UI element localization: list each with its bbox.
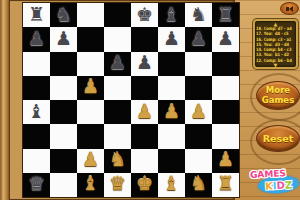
move-history-panel: ▲ 18. Comp: d7 - a417. You: d4 - c516. C…	[253, 19, 298, 69]
speaker-icon-cone	[289, 6, 293, 12]
square-h7[interactable]: ♟	[212, 27, 239, 51]
piece-black-pawn[interactable]: ♟	[55, 29, 72, 48]
square-c5[interactable]: ♟	[77, 76, 104, 100]
square-f6[interactable]	[158, 52, 185, 76]
square-a7[interactable]: ♟	[23, 27, 50, 51]
square-c6[interactable]	[77, 52, 104, 76]
logo-word-kidz: KIDZ	[265, 179, 293, 191]
piece-black-pawn[interactable]: ♟	[28, 29, 45, 48]
square-h2[interactable]: ♟	[212, 149, 239, 173]
square-e2[interactable]	[131, 149, 158, 173]
piece-white-king[interactable]: ♚	[136, 174, 153, 193]
piece-white-knight[interactable]: ♞	[190, 174, 207, 193]
square-a2[interactable]	[23, 149, 50, 173]
square-h8[interactable]: ♜	[212, 3, 239, 27]
square-b1[interactable]	[50, 173, 77, 197]
piece-white-pawn[interactable]: ♟	[82, 150, 99, 169]
piece-white-bishop[interactable]: ♝	[163, 174, 180, 193]
square-h4[interactable]	[212, 100, 239, 124]
square-h6[interactable]	[212, 52, 239, 76]
square-f7[interactable]: ♟	[158, 27, 185, 51]
board-wooden-frame: ♜♞♚♝♞♜♟♟♟♟♟♟♟♟♝♟♟♟♟♞♟♛♝♛♚♝♞♜	[9, 0, 235, 200]
piece-white-rook[interactable]: ♜	[217, 174, 234, 193]
logo-word-games: GAMES	[250, 168, 286, 180]
square-b8[interactable]: ♞	[50, 3, 77, 27]
square-h1[interactable]: ♜	[212, 173, 239, 197]
piece-black-bishop[interactable]: ♝	[28, 102, 45, 121]
square-f8[interactable]: ♝	[158, 3, 185, 27]
square-c1[interactable]: ♝	[77, 173, 104, 197]
square-e7[interactable]	[131, 27, 158, 51]
square-d4[interactable]	[104, 100, 131, 124]
piece-black-rook[interactable]: ♜	[217, 5, 234, 24]
square-g1[interactable]: ♞	[185, 173, 212, 197]
piece-black-pawn[interactable]: ♟	[136, 53, 153, 72]
square-d7[interactable]	[104, 27, 131, 51]
square-f4[interactable]: ♟	[158, 100, 185, 124]
square-g5[interactable]	[185, 76, 212, 100]
square-f2[interactable]	[158, 149, 185, 173]
square-d1[interactable]: ♛	[104, 173, 131, 197]
square-e4[interactable]: ♟	[131, 100, 158, 124]
square-d8[interactable]	[104, 3, 131, 27]
square-f5[interactable]	[158, 76, 185, 100]
reset-button[interactable]: Reset	[256, 125, 300, 152]
square-c8[interactable]	[77, 3, 104, 27]
piece-black-pawn[interactable]: ♟	[217, 29, 234, 48]
square-e5[interactable]	[131, 76, 158, 100]
square-g3[interactable]	[185, 124, 212, 148]
sound-button[interactable]	[280, 2, 299, 15]
piece-white-knight[interactable]: ♞	[109, 150, 126, 169]
square-a4[interactable]: ♝	[23, 100, 50, 124]
piece-white-pawn[interactable]: ♟	[82, 77, 99, 96]
square-e8[interactable]: ♚	[131, 3, 158, 27]
square-b2[interactable]	[50, 149, 77, 173]
square-a5[interactable]	[23, 76, 50, 100]
square-g8[interactable]: ♞	[185, 3, 212, 27]
square-e6[interactable]: ♟	[131, 52, 158, 76]
square-f3[interactable]	[158, 124, 185, 148]
square-e3[interactable]	[131, 124, 158, 148]
square-b3[interactable]	[50, 124, 77, 148]
piece-black-bishop[interactable]: ♝	[163, 5, 180, 24]
piece-black-pawn[interactable]: ♟	[190, 29, 207, 48]
square-d2[interactable]: ♞	[104, 149, 131, 173]
square-d5[interactable]	[104, 76, 131, 100]
square-a8[interactable]: ♜	[23, 3, 50, 27]
piece-black-knight[interactable]: ♞	[55, 5, 72, 24]
piece-white-bishop[interactable]: ♝	[82, 174, 99, 193]
square-d6[interactable]: ♟	[104, 52, 131, 76]
piece-white-queen[interactable]: ♛	[109, 174, 126, 193]
piece-white-pawn[interactable]: ♟	[217, 150, 234, 169]
square-a6[interactable]	[23, 52, 50, 76]
square-d3[interactable]	[104, 124, 131, 148]
square-g2[interactable]	[185, 149, 212, 173]
piece-white-pawn[interactable]: ♟	[190, 102, 207, 121]
square-g4[interactable]: ♟	[185, 100, 212, 124]
chess-board: ♜♞♚♝♞♜♟♟♟♟♟♟♟♟♝♟♟♟♟♞♟♛♝♛♚♝♞♜	[23, 3, 239, 197]
square-b5[interactable]	[50, 76, 77, 100]
piece-black-queen[interactable]: ♛	[28, 174, 45, 193]
square-e1[interactable]: ♚	[131, 173, 158, 197]
square-b4[interactable]	[50, 100, 77, 124]
move-history-list: 18. Comp: d7 - a417. You: d4 - c516. Com…	[256, 26, 295, 63]
piece-black-knight[interactable]: ♞	[190, 5, 207, 24]
square-c7[interactable]	[77, 27, 104, 51]
square-a3[interactable]	[23, 124, 50, 148]
square-h5[interactable]	[212, 76, 239, 100]
square-b6[interactable]	[50, 52, 77, 76]
move-row: 12. Comp: b6 - b4	[256, 58, 287, 63]
more-games-button[interactable]: More Games	[256, 81, 300, 110]
square-b7[interactable]: ♟	[50, 27, 77, 51]
piece-white-pawn[interactable]: ♟	[136, 102, 153, 121]
square-g7[interactable]: ♟	[185, 27, 212, 51]
square-f1[interactable]: ♝	[158, 173, 185, 197]
piece-white-pawn[interactable]: ♟	[163, 102, 180, 121]
piece-black-rook[interactable]: ♜	[28, 5, 45, 24]
more-games-label-line2: Games	[262, 96, 294, 106]
reset-button-label: Reset	[263, 133, 293, 144]
square-g6[interactable]	[185, 52, 212, 76]
square-c3[interactable]	[77, 124, 104, 148]
logo-letter: Z	[285, 179, 293, 190]
chess-game-screen: ♜♞♚♝♞♜♟♟♟♟♟♟♟♟♝♟♟♟♟♞♟♛♝♛♚♝♞♜ ▲ 18. Comp:…	[0, 0, 300, 200]
piece-black-pawn[interactable]: ♟	[163, 29, 180, 48]
square-h3[interactable]	[212, 124, 239, 148]
square-c2[interactable]: ♟	[77, 149, 104, 173]
square-a1[interactable]: ♛	[23, 173, 50, 197]
games-kidz-logo[interactable]: GAMES KIDZ	[249, 169, 300, 195]
scroll-down-icon[interactable]: ▼	[256, 63, 295, 67]
piece-black-pawn[interactable]: ♟	[109, 53, 126, 72]
piece-black-king[interactable]: ♚	[136, 5, 153, 24]
square-c4[interactable]	[77, 100, 104, 124]
